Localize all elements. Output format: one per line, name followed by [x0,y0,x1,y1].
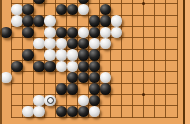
black-stone [89,83,101,95]
last-move-marker [47,97,55,105]
black-stone [0,27,12,39]
white-stone [56,61,68,73]
white-stone [44,27,56,39]
page-background [184,0,190,124]
black-stone [56,27,68,39]
black-stone [100,15,112,27]
white-stone [67,49,79,61]
go-board[interactable] [0,0,184,124]
star-point [142,93,145,96]
grid-line-vertical [165,0,166,118]
black-stone [22,15,34,27]
white-stone [56,49,68,61]
star-point [142,2,145,5]
grid-line-vertical [154,0,155,118]
black-stone [33,61,45,73]
black-stone [33,15,45,27]
black-stone [78,49,90,61]
black-stone [89,49,101,61]
grid-line-vertical [132,0,133,118]
grid-line-vertical [177,0,178,118]
white-stone [44,49,56,61]
white-stone [44,15,56,27]
black-stone [67,83,79,95]
go-board-screenshot [0,0,190,124]
black-stone [11,61,23,73]
black-stone [22,49,34,61]
grid-line-vertical [66,0,67,118]
grid-line-vertical [143,0,144,118]
board-right-border [183,0,185,124]
white-stone [44,95,56,107]
white-stone [33,95,45,107]
black-stone [56,83,68,95]
black-stone [22,27,34,39]
board-left-border [0,0,2,124]
white-stone [11,15,23,27]
black-stone [44,61,56,73]
black-stone [100,83,112,95]
black-stone [89,15,101,27]
